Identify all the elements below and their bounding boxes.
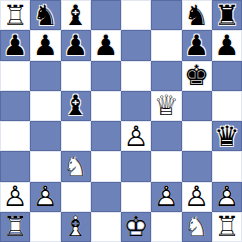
square-g4[interactable] xyxy=(182,121,212,151)
piece-glyph-outline: ♙ xyxy=(30,182,60,212)
white-rook[interactable]: ♜♖ xyxy=(0,212,30,242)
square-h6[interactable] xyxy=(212,61,242,91)
square-e5[interactable] xyxy=(121,91,151,121)
piece-glyph-outline: ♔ xyxy=(121,212,151,242)
square-c8[interactable]: ♝ xyxy=(61,0,91,30)
black-pawn[interactable]: ♟ xyxy=(91,30,121,60)
piece-glyph: ♞ xyxy=(182,0,212,30)
square-g5[interactable] xyxy=(182,91,212,121)
square-a4[interactable] xyxy=(0,121,30,151)
square-c6[interactable] xyxy=(61,61,91,91)
square-e6[interactable] xyxy=(121,61,151,91)
white-pawn[interactable]: ♟♙ xyxy=(212,182,242,212)
square-c1[interactable]: ♝♗ xyxy=(61,212,91,242)
square-f8[interactable] xyxy=(151,0,181,30)
black-queen[interactable]: ♛ xyxy=(212,121,242,151)
square-c3[interactable]: ♞♘ xyxy=(61,151,91,181)
square-g7[interactable]: ♟ xyxy=(182,30,212,60)
square-e3[interactable] xyxy=(121,151,151,181)
square-a5[interactable] xyxy=(0,91,30,121)
square-h7[interactable]: ♟ xyxy=(212,30,242,60)
square-d7[interactable]: ♟ xyxy=(91,30,121,60)
square-d4[interactable] xyxy=(91,121,121,151)
piece-glyph-outline: ♗ xyxy=(61,212,91,242)
piece-glyph: ♟ xyxy=(91,30,121,60)
square-h1[interactable]: ♜♖ xyxy=(212,212,242,242)
piece-glyph-outline: ♖ xyxy=(0,0,30,30)
black-bishop[interactable]: ♝ xyxy=(61,91,91,121)
square-d3[interactable] xyxy=(91,151,121,181)
piece-glyph-outline: ♙ xyxy=(151,182,181,212)
black-pawn[interactable]: ♟ xyxy=(0,30,30,60)
black-pawn[interactable]: ♟ xyxy=(30,30,60,60)
square-e8[interactable] xyxy=(121,0,151,30)
chess-board: ♜♖♞♝♞♜♟♟♟♟♟♟♚♝♛♕♟♙♛♞♘♟♙♟♙♟♙♟♙♟♙♜♖♝♗♚♔♞♘♜… xyxy=(0,0,242,242)
square-c7[interactable]: ♟ xyxy=(61,30,91,60)
white-rook[interactable]: ♜♖ xyxy=(0,0,30,30)
black-bishop[interactable]: ♝ xyxy=(61,0,91,30)
square-f4[interactable] xyxy=(151,121,181,151)
square-h2[interactable]: ♟♙ xyxy=(212,182,242,212)
square-d2[interactable] xyxy=(91,182,121,212)
white-king[interactable]: ♚♔ xyxy=(121,212,151,242)
black-pawn[interactable]: ♟ xyxy=(212,30,242,60)
square-h4[interactable]: ♛ xyxy=(212,121,242,151)
square-e4[interactable]: ♟♙ xyxy=(121,121,151,151)
square-b2[interactable]: ♟♙ xyxy=(30,182,60,212)
square-h5[interactable] xyxy=(212,91,242,121)
square-a2[interactable]: ♟♙ xyxy=(0,182,30,212)
square-f7[interactable] xyxy=(151,30,181,60)
square-b1[interactable] xyxy=(30,212,60,242)
square-a3[interactable] xyxy=(0,151,30,181)
piece-glyph-outline: ♙ xyxy=(212,182,242,212)
square-g2[interactable]: ♟♙ xyxy=(182,182,212,212)
square-h8[interactable]: ♜ xyxy=(212,0,242,30)
piece-glyph-outline: ♙ xyxy=(121,121,151,151)
piece-glyph-outline: ♖ xyxy=(212,212,242,242)
square-c2[interactable] xyxy=(61,182,91,212)
square-b7[interactable]: ♟ xyxy=(30,30,60,60)
white-rook[interactable]: ♜♖ xyxy=(212,212,242,242)
white-queen[interactable]: ♛♕ xyxy=(151,91,181,121)
piece-glyph-outline: ♙ xyxy=(182,182,212,212)
square-f1[interactable] xyxy=(151,212,181,242)
piece-glyph: ♝ xyxy=(61,0,91,30)
black-pawn[interactable]: ♟ xyxy=(182,30,212,60)
square-b3[interactable] xyxy=(30,151,60,181)
square-a6[interactable] xyxy=(0,61,30,91)
black-rook[interactable]: ♜ xyxy=(212,0,242,30)
piece-glyph: ♛ xyxy=(212,121,242,151)
square-f6[interactable] xyxy=(151,61,181,91)
white-pawn[interactable]: ♟♙ xyxy=(151,182,181,212)
square-e7[interactable] xyxy=(121,30,151,60)
piece-glyph-outline: ♙ xyxy=(0,182,30,212)
square-d1[interactable] xyxy=(91,212,121,242)
square-g6[interactable]: ♚ xyxy=(182,61,212,91)
white-pawn[interactable]: ♟♙ xyxy=(0,182,30,212)
piece-glyph: ♚ xyxy=(182,61,212,91)
square-e1[interactable]: ♚♔ xyxy=(121,212,151,242)
white-pawn[interactable]: ♟♙ xyxy=(182,182,212,212)
square-a1[interactable]: ♜♖ xyxy=(0,212,30,242)
square-e2[interactable] xyxy=(121,182,151,212)
piece-glyph-outline: ♕ xyxy=(151,91,181,121)
square-b6[interactable] xyxy=(30,61,60,91)
square-f3[interactable] xyxy=(151,151,181,181)
piece-glyph: ♟ xyxy=(0,30,30,60)
square-d5[interactable] xyxy=(91,91,121,121)
square-h3[interactable] xyxy=(212,151,242,181)
piece-glyph: ♜ xyxy=(212,0,242,30)
square-a8[interactable]: ♜♖ xyxy=(0,0,30,30)
piece-glyph: ♝ xyxy=(61,91,91,121)
piece-glyph: ♟ xyxy=(30,30,60,60)
piece-glyph: ♞ xyxy=(30,0,60,30)
black-pawn[interactable]: ♟ xyxy=(61,30,91,60)
square-f5[interactable]: ♛♕ xyxy=(151,91,181,121)
square-d8[interactable] xyxy=(91,0,121,30)
square-g8[interactable]: ♞ xyxy=(182,0,212,30)
square-b5[interactable] xyxy=(30,91,60,121)
piece-glyph-outline: ♖ xyxy=(0,212,30,242)
white-pawn[interactable]: ♟♙ xyxy=(121,121,151,151)
square-b8[interactable]: ♞ xyxy=(30,0,60,30)
square-f2[interactable]: ♟♙ xyxy=(151,182,181,212)
square-c5[interactable]: ♝ xyxy=(61,91,91,121)
white-pawn[interactable]: ♟♙ xyxy=(30,182,60,212)
piece-glyph: ♟ xyxy=(61,30,91,60)
square-a7[interactable]: ♟ xyxy=(0,30,30,60)
white-bishop[interactable]: ♝♗ xyxy=(61,212,91,242)
square-c4[interactable] xyxy=(61,121,91,151)
black-knight[interactable]: ♞ xyxy=(182,0,212,30)
white-knight[interactable]: ♞♘ xyxy=(61,151,91,181)
square-d6[interactable] xyxy=(91,61,121,91)
black-king[interactable]: ♚ xyxy=(182,61,212,91)
square-g3[interactable] xyxy=(182,151,212,181)
white-knight[interactable]: ♞♘ xyxy=(182,212,212,242)
square-b4[interactable] xyxy=(30,121,60,151)
square-g1[interactable]: ♞♘ xyxy=(182,212,212,242)
piece-glyph: ♟ xyxy=(212,30,242,60)
black-knight[interactable]: ♞ xyxy=(30,0,60,30)
piece-glyph-outline: ♘ xyxy=(182,212,212,242)
piece-glyph: ♟ xyxy=(182,30,212,60)
piece-glyph-outline: ♘ xyxy=(61,151,91,181)
